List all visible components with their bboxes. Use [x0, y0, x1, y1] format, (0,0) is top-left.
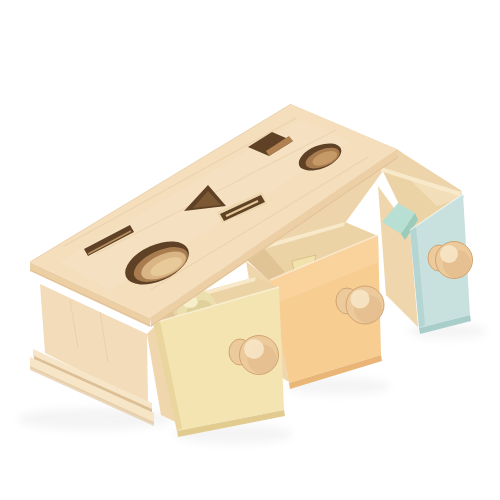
knob-1-highlight: [244, 339, 264, 359]
toy-box-illustration: [0, 0, 500, 500]
product-photo: Wooden Montessori shape-sorting box toy …: [0, 0, 500, 500]
knob-3-highlight: [440, 245, 458, 263]
knob-2-highlight: [351, 290, 370, 309]
